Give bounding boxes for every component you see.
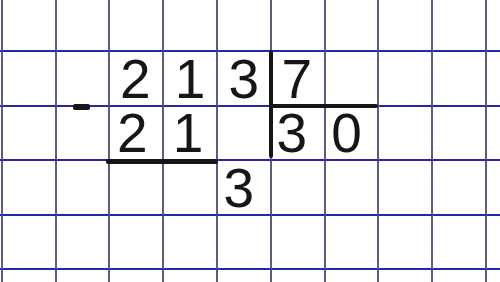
subtraction-underline [106,159,218,164]
marks-layer [0,0,500,282]
minus-sign [73,104,90,110]
division-bracket-horizontal-bar [269,104,378,108]
grid-paper: 213721303 [0,0,500,282]
